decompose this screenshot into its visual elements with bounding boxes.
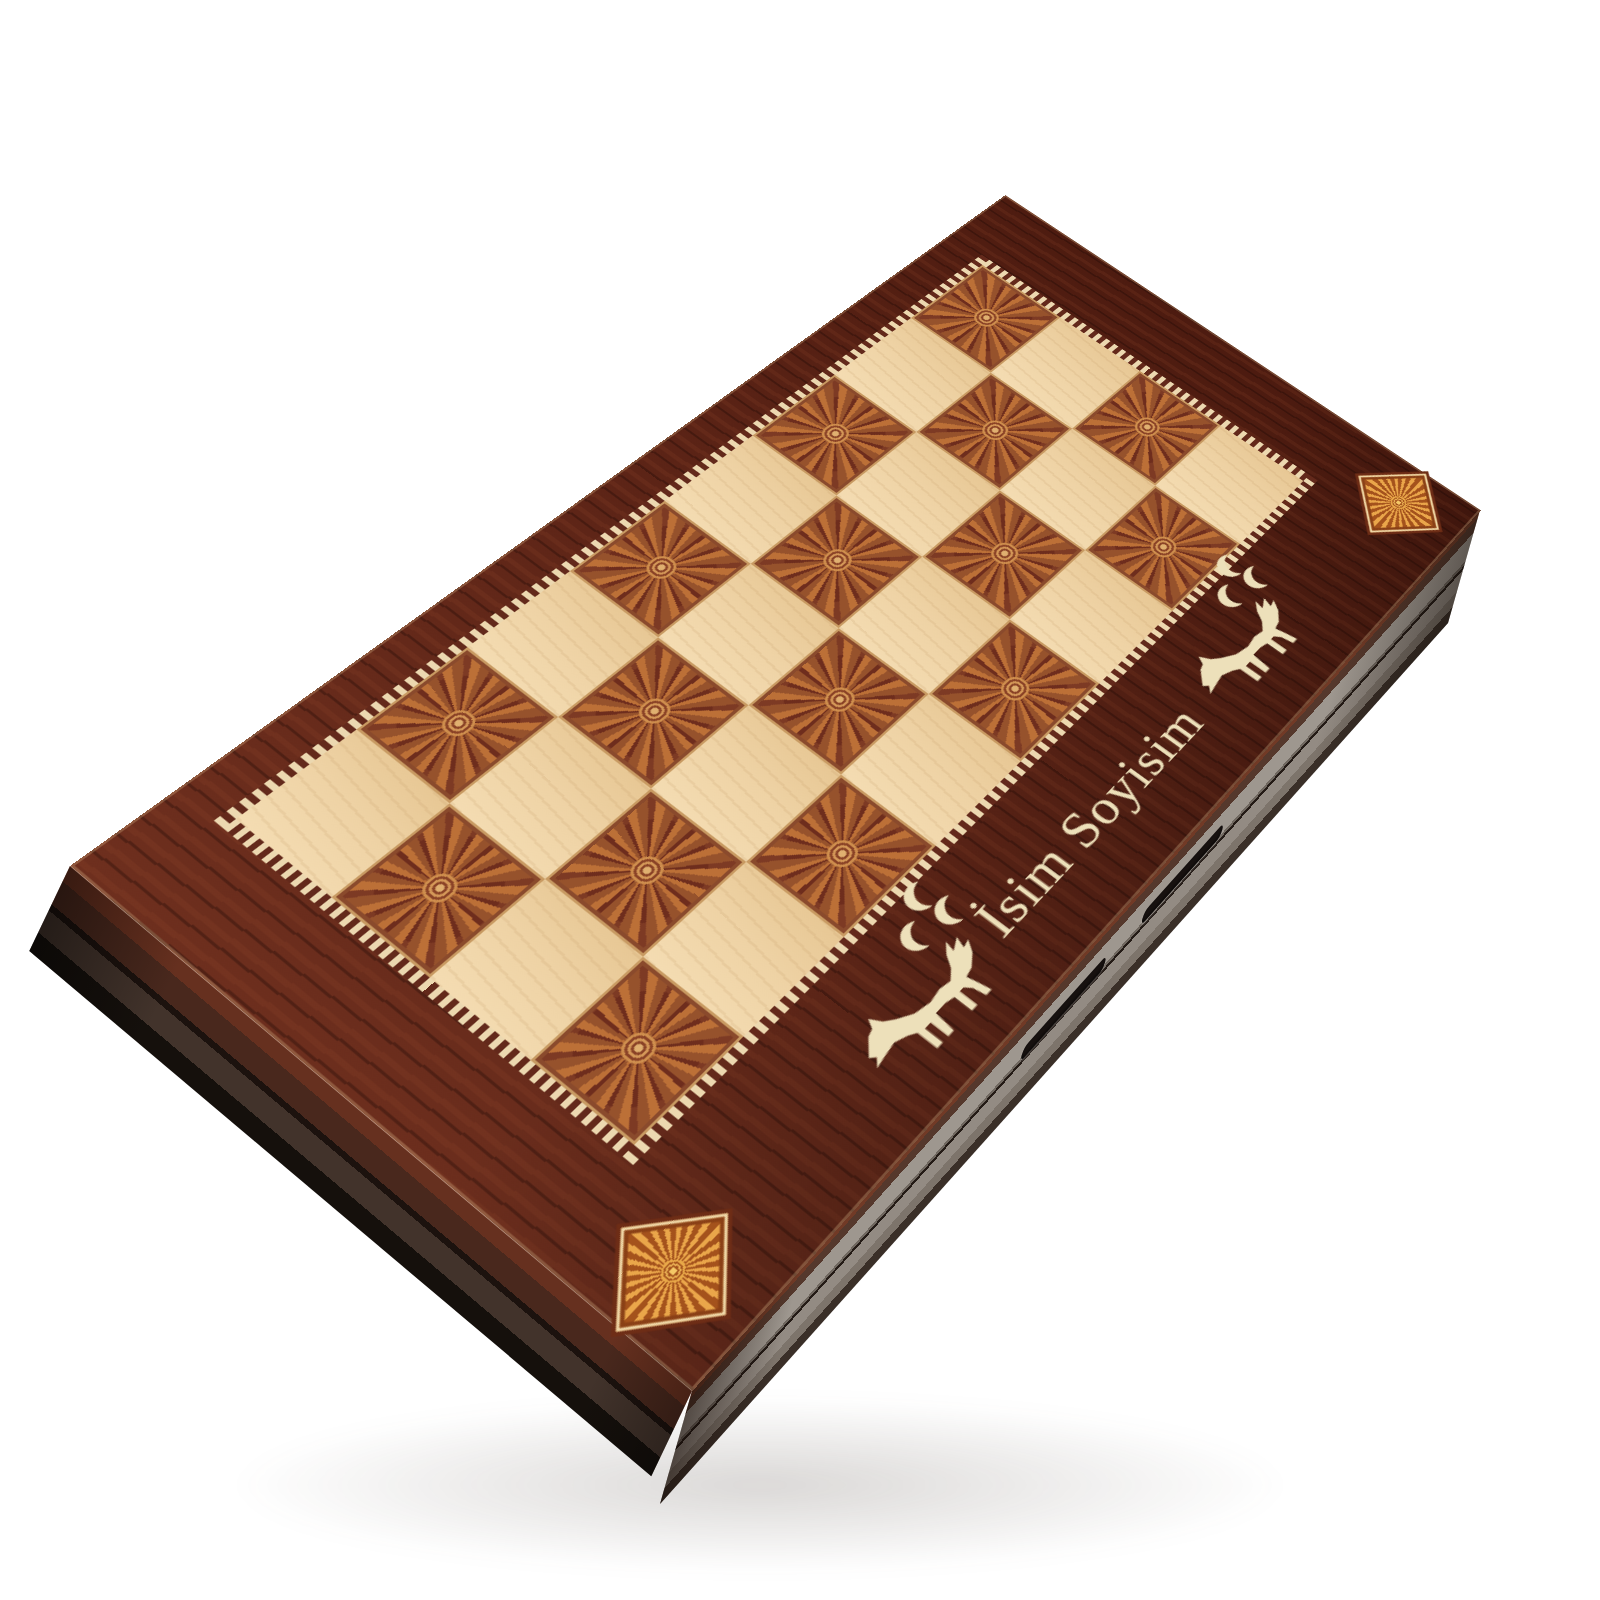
product-photo-stage: İsim Soyisim: [0, 0, 1600, 1600]
ground-shadow: [240, 1400, 1280, 1570]
corner-starburst-diamond: [616, 1213, 728, 1332]
corner-starburst-diamond: [1358, 474, 1439, 533]
